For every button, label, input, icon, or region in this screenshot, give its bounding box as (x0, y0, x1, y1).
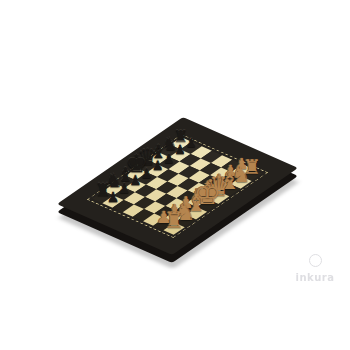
chess-board (57, 117, 298, 255)
watermark-circle-logo-icon (309, 254, 322, 267)
photographer-watermark: inkura (290, 252, 340, 283)
watermark-text: inkura (290, 272, 340, 283)
chess-set-product-photo: ♜♟♞♟♝♟♛♟♟♚♜♟♟♝♞♟♟♞♝♟♟♜♛♟♟♚♟♝♟♞♟♜ inkura (0, 0, 350, 350)
